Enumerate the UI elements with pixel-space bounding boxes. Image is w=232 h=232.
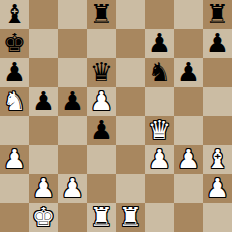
square-g1[interactable] [174,203,203,232]
square-e2[interactable] [116,174,145,203]
piece-white-pawn[interactable]: ♟ [148,145,171,174]
piece-black-pawn[interactable]: ♟ [148,29,171,58]
piece-white-pawn[interactable]: ♟ [32,174,55,203]
square-e5[interactable] [116,87,145,116]
square-e3[interactable] [116,145,145,174]
piece-white-rook[interactable]: ♜ [90,203,113,232]
square-b5[interactable]: ♟ [29,87,58,116]
square-f3[interactable]: ♟ [145,145,174,174]
piece-black-pawn[interactable]: ♟ [177,58,200,87]
square-f1[interactable] [145,203,174,232]
piece-black-queen[interactable]: ♛ [90,58,113,87]
square-b7[interactable] [29,29,58,58]
square-f5[interactable] [145,87,174,116]
square-a3[interactable]: ♟ [0,145,29,174]
square-d1[interactable]: ♜ [87,203,116,232]
square-a5[interactable]: ♞ [0,87,29,116]
piece-black-pawn[interactable]: ♟ [206,29,229,58]
square-a4[interactable] [0,116,29,145]
square-h4[interactable] [203,116,232,145]
square-f8[interactable] [145,0,174,29]
square-e7[interactable] [116,29,145,58]
square-e4[interactable] [116,116,145,145]
square-h6[interactable] [203,58,232,87]
square-e6[interactable] [116,58,145,87]
square-a2[interactable] [0,174,29,203]
square-g5[interactable] [174,87,203,116]
square-h3[interactable]: ♝ [203,145,232,174]
square-c4[interactable] [58,116,87,145]
square-a1[interactable] [0,203,29,232]
square-d4[interactable]: ♟ [87,116,116,145]
square-g3[interactable]: ♟ [174,145,203,174]
square-g2[interactable] [174,174,203,203]
piece-black-pawn[interactable]: ♟ [90,116,113,145]
piece-white-pawn[interactable]: ♟ [3,145,26,174]
square-g4[interactable] [174,116,203,145]
square-h2[interactable]: ♟ [203,174,232,203]
square-c1[interactable] [58,203,87,232]
square-d3[interactable] [87,145,116,174]
piece-black-rook[interactable]: ♜ [90,0,113,29]
piece-white-pawn[interactable]: ♟ [206,174,229,203]
square-a7[interactable]: ♚ [0,29,29,58]
piece-black-king[interactable]: ♚ [3,29,26,58]
square-c7[interactable] [58,29,87,58]
square-b6[interactable] [29,58,58,87]
square-d7[interactable] [87,29,116,58]
piece-black-pawn[interactable]: ♟ [3,58,26,87]
square-e8[interactable] [116,0,145,29]
piece-black-bishop[interactable]: ♝ [3,0,26,29]
piece-white-rook[interactable]: ♜ [119,203,142,232]
square-b4[interactable] [29,116,58,145]
square-c6[interactable] [58,58,87,87]
piece-white-bishop[interactable]: ♝ [206,145,229,174]
square-c2[interactable]: ♟ [58,174,87,203]
square-b1[interactable]: ♚ [29,203,58,232]
square-f2[interactable] [145,174,174,203]
piece-white-pawn[interactable]: ♟ [90,87,113,116]
square-d8[interactable]: ♜ [87,0,116,29]
square-h1[interactable] [203,203,232,232]
square-g6[interactable]: ♟ [174,58,203,87]
square-f6[interactable]: ♞ [145,58,174,87]
square-f4[interactable]: ♛ [145,116,174,145]
square-h8[interactable]: ♜ [203,0,232,29]
square-h5[interactable] [203,87,232,116]
piece-white-queen[interactable]: ♛ [148,116,171,145]
square-b3[interactable] [29,145,58,174]
square-e1[interactable]: ♜ [116,203,145,232]
chess-board: ♝♜♜♚♟♟♟♛♞♟♞♟♟♟♟♛♟♟♟♝♟♟♟♚♜♜ [0,0,232,232]
square-c3[interactable] [58,145,87,174]
square-d6[interactable]: ♛ [87,58,116,87]
square-g8[interactable] [174,0,203,29]
square-b2[interactable]: ♟ [29,174,58,203]
square-d5[interactable]: ♟ [87,87,116,116]
square-g7[interactable] [174,29,203,58]
piece-black-pawn[interactable]: ♟ [32,87,55,116]
piece-white-pawn[interactable]: ♟ [61,174,84,203]
piece-black-knight[interactable]: ♞ [148,58,171,87]
square-c8[interactable] [58,0,87,29]
piece-white-pawn[interactable]: ♟ [177,145,200,174]
square-h7[interactable]: ♟ [203,29,232,58]
piece-white-knight[interactable]: ♞ [3,87,26,116]
piece-white-king[interactable]: ♚ [32,203,55,232]
square-a6[interactable]: ♟ [0,58,29,87]
square-f7[interactable]: ♟ [145,29,174,58]
square-b8[interactable] [29,0,58,29]
square-d2[interactable] [87,174,116,203]
piece-black-rook[interactable]: ♜ [206,0,229,29]
square-a8[interactable]: ♝ [0,0,29,29]
piece-black-pawn[interactable]: ♟ [61,87,84,116]
square-c5[interactable]: ♟ [58,87,87,116]
